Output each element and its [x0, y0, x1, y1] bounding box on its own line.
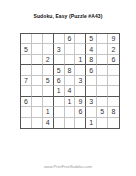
cell-r3c1 — [21, 55, 32, 65]
cell-r6c2 — [32, 86, 43, 96]
cell-r3c9: 6 — [108, 55, 119, 65]
cell-r3c5 — [65, 55, 76, 65]
cell-r4c9 — [108, 65, 119, 75]
cell-r5c4: 6 — [54, 76, 65, 86]
cell-r9c9 — [108, 118, 119, 128]
cell-r8c5 — [65, 107, 76, 117]
cell-r2c8 — [97, 44, 108, 54]
cell-r4c6 — [75, 65, 86, 75]
cell-r1c7: 5 — [86, 34, 97, 44]
cell-r6c3 — [43, 86, 54, 96]
cell-r4c2 — [32, 65, 43, 75]
cell-r4c4: 5 — [54, 65, 65, 75]
footer-url: www.PrintFreeSudoku.com — [0, 164, 136, 169]
cell-r4c3 — [43, 65, 54, 75]
cell-r1c2 — [32, 34, 43, 44]
cell-r3c3: 2 — [43, 55, 54, 65]
cell-r9c3: 4 — [43, 118, 54, 128]
cell-r6c9 — [108, 86, 119, 96]
cell-r9c2 — [32, 118, 43, 128]
cell-r7c1: 6 — [21, 97, 32, 107]
cell-r8c6: 6 — [75, 107, 86, 117]
cell-r3c4 — [54, 55, 65, 65]
page-title: Sudoku, Easy (Puzzle #A43) — [0, 13, 136, 19]
cell-r2c9: 2 — [108, 44, 119, 54]
cell-r5c9 — [108, 76, 119, 86]
cell-r8c7 — [86, 107, 97, 117]
cell-r3c2 — [32, 55, 43, 65]
cell-r2c4: 3 — [54, 44, 65, 54]
cell-r4c5: 8 — [65, 65, 76, 75]
cell-r3c8 — [97, 55, 108, 65]
cell-r1c3 — [43, 34, 54, 44]
cell-r5c7 — [86, 76, 97, 86]
cell-r8c2 — [32, 107, 43, 117]
cell-r7c4 — [54, 97, 65, 107]
cell-r9c5 — [65, 118, 76, 128]
cell-r2c7: 4 — [86, 44, 97, 54]
cell-r5c6: 3 — [75, 76, 86, 86]
cell-r7c2 — [32, 97, 43, 107]
cell-r5c1: 7 — [21, 76, 32, 86]
cell-r7c5: 1 — [65, 97, 76, 107]
cell-r3c7: 8 — [86, 55, 97, 65]
cell-r9c4 — [54, 118, 65, 128]
cell-r9c7: 1 — [86, 118, 97, 128]
cell-r8c8: 5 — [97, 107, 108, 117]
cell-r1c4 — [54, 34, 65, 44]
cell-r5c5 — [65, 76, 76, 86]
cell-r6c7 — [86, 86, 97, 96]
cell-r7c9 — [108, 97, 119, 107]
cell-r1c8 — [97, 34, 108, 44]
cell-r6c5: 4 — [65, 86, 76, 96]
cell-r2c6 — [75, 44, 86, 54]
cell-r7c6: 9 — [75, 97, 86, 107]
cell-r1c9: 9 — [108, 34, 119, 44]
cell-r2c5 — [65, 44, 76, 54]
cell-r7c7: 3 — [86, 97, 97, 107]
cell-r8c9: 8 — [108, 107, 119, 117]
cell-r9c8 — [97, 118, 108, 128]
cell-r4c8 — [97, 65, 108, 75]
cell-r3c6: 1 — [75, 55, 86, 65]
cell-r8c1 — [21, 107, 32, 117]
cell-r1c5: 6 — [65, 34, 76, 44]
cell-r6c1 — [21, 86, 32, 96]
cell-r9c1 — [21, 118, 32, 128]
cell-r9c6 — [75, 118, 86, 128]
sudoku-grid: 659534221865867563146193165841 — [20, 33, 120, 129]
cell-r1c1 — [21, 34, 32, 44]
cell-r2c1: 5 — [21, 44, 32, 54]
cell-r1c6 — [75, 34, 86, 44]
cell-r4c7: 6 — [86, 65, 97, 75]
cell-r8c4 — [54, 107, 65, 117]
cell-r7c8 — [97, 97, 108, 107]
cell-r5c8 — [97, 76, 108, 86]
cell-r5c3: 5 — [43, 76, 54, 86]
cell-r6c6 — [75, 86, 86, 96]
cell-r5c2 — [32, 76, 43, 86]
cell-r8c3: 1 — [43, 107, 54, 117]
cell-r4c1 — [21, 65, 32, 75]
cell-r6c8 — [97, 86, 108, 96]
cell-r2c3 — [43, 44, 54, 54]
cell-r7c3 — [43, 97, 54, 107]
cell-r6c4: 1 — [54, 86, 65, 96]
cell-r2c2 — [32, 44, 43, 54]
